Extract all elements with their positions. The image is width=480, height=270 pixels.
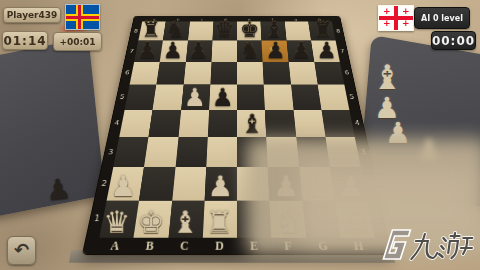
- coord-label: 5: [119, 94, 125, 100]
- square-c5[interactable]: ♟: [181, 85, 210, 110]
- square-b7[interactable]: ♟: [160, 41, 188, 62]
- black-player-name: AI 0 level: [414, 7, 470, 29]
- square-d3[interactable]: [206, 137, 237, 167]
- coord-label: 2: [101, 179, 108, 187]
- square-a6[interactable]: [130, 62, 160, 85]
- square-g6[interactable]: [288, 62, 317, 85]
- piece-black-p[interactable]: ♟: [317, 39, 337, 62]
- square-f7[interactable]: ♟: [262, 41, 289, 62]
- square-a7[interactable]: ♟: [134, 41, 163, 62]
- square-a2[interactable]: ♟: [107, 167, 145, 200]
- square-d7[interactable]: [211, 41, 237, 62]
- piece-black-p[interactable]: ♟: [265, 39, 285, 62]
- georgia-flag-icon: ++++: [378, 5, 414, 31]
- black-clock: 00:00: [431, 31, 476, 50]
- piece-white-r[interactable]: ♜: [206, 207, 233, 237]
- piece-black-p[interactable]: ♟: [188, 39, 208, 62]
- square-a3[interactable]: [113, 137, 148, 167]
- watermark-9game-logo: 九游: [381, 226, 477, 266]
- square-b5[interactable]: [153, 85, 184, 110]
- square-d5[interactable]: ♟: [209, 85, 237, 110]
- watermark-g-mark: [383, 230, 410, 259]
- square-c6[interactable]: [183, 62, 211, 85]
- square-d6[interactable]: [210, 62, 237, 85]
- coord-label: 6: [344, 70, 349, 76]
- coord-label: 1: [93, 214, 100, 223]
- square-b1[interactable]: ♚: [134, 200, 172, 237]
- square-h7[interactable]: ♟: [311, 41, 340, 62]
- coord-label: 7: [340, 48, 345, 53]
- square-d4[interactable]: [208, 110, 237, 137]
- square-a4[interactable]: [119, 110, 153, 137]
- piece-black-p[interactable]: ♟: [291, 39, 311, 62]
- undo-arrow-icon: ↶: [14, 241, 29, 259]
- square-c2[interactable]: [172, 167, 206, 200]
- white-clock: 01:14: [2, 31, 48, 50]
- piece-white-p[interactable]: ♟: [184, 85, 206, 110]
- square-f6[interactable]: [263, 62, 291, 85]
- piece-black-p[interactable]: ♟: [212, 85, 234, 110]
- square-c1[interactable]: ♝: [168, 200, 204, 237]
- coord-label: c: [201, 17, 203, 20]
- coord-label: g: [294, 17, 297, 20]
- piece-black-q[interactable]: ♛: [215, 19, 234, 41]
- coord-label: 8: [336, 28, 341, 33]
- square-a5[interactable]: [125, 85, 157, 110]
- square-f4[interactable]: [265, 110, 296, 137]
- white-increment: +00:01: [53, 32, 102, 51]
- square-g5[interactable]: [291, 85, 322, 110]
- square-d2[interactable]: ♟: [204, 167, 237, 200]
- coord-label: 3: [108, 148, 114, 156]
- piece-white-q[interactable]: ♛: [103, 207, 130, 237]
- coord-label: A: [109, 238, 120, 253]
- square-f5[interactable]: [264, 85, 293, 110]
- square-e6[interactable]: [237, 62, 264, 85]
- square-c7[interactable]: ♟: [186, 41, 213, 62]
- square-e4[interactable]: ♝: [237, 110, 266, 137]
- square-d1[interactable]: ♜: [203, 200, 237, 237]
- coord-label: 4: [354, 119, 360, 126]
- square-a1[interactable]: ♛: [99, 200, 139, 237]
- white-player-name: Player439: [3, 7, 61, 23]
- undo-button[interactable]: ↶: [7, 236, 36, 265]
- square-b4[interactable]: [149, 110, 181, 137]
- piece-white-b[interactable]: ♝: [172, 207, 199, 237]
- square-g4[interactable]: [293, 110, 325, 137]
- aland-flag-icon: [65, 4, 100, 30]
- watermark: 九游: [381, 226, 477, 266]
- coord-label: 5: [349, 94, 355, 100]
- piece-white-p[interactable]: ♟: [208, 172, 234, 201]
- square-e7[interactable]: ♞: [237, 41, 263, 62]
- piece-black-p[interactable]: ♟: [163, 39, 183, 62]
- square-d8[interactable]: ♛: [212, 21, 237, 40]
- coord-label: B: [145, 238, 155, 253]
- square-g7[interactable]: ♟: [286, 41, 314, 62]
- square-b6[interactable]: [156, 62, 185, 85]
- square-b2[interactable]: [139, 167, 175, 200]
- coord-label: C: [180, 238, 190, 253]
- captured-pawn: ♟: [45, 175, 73, 205]
- square-e5[interactable]: [237, 85, 265, 110]
- coord-label: 6: [124, 70, 129, 76]
- piece-black-b[interactable]: ♝: [240, 111, 263, 137]
- coord-label: 4: [114, 119, 120, 126]
- coord-label: 7: [129, 48, 134, 53]
- square-b3[interactable]: [144, 137, 178, 167]
- piece-black-n[interactable]: ♞: [240, 39, 260, 62]
- piece-white-p[interactable]: ♟: [110, 172, 136, 201]
- piece-black-p[interactable]: ♟: [137, 39, 157, 62]
- square-c4[interactable]: [178, 110, 209, 137]
- piece-white-k[interactable]: ♚: [137, 207, 164, 237]
- coord-label: 8: [133, 28, 138, 33]
- coord-label: D: [215, 238, 224, 253]
- square-c3[interactable]: [175, 137, 207, 167]
